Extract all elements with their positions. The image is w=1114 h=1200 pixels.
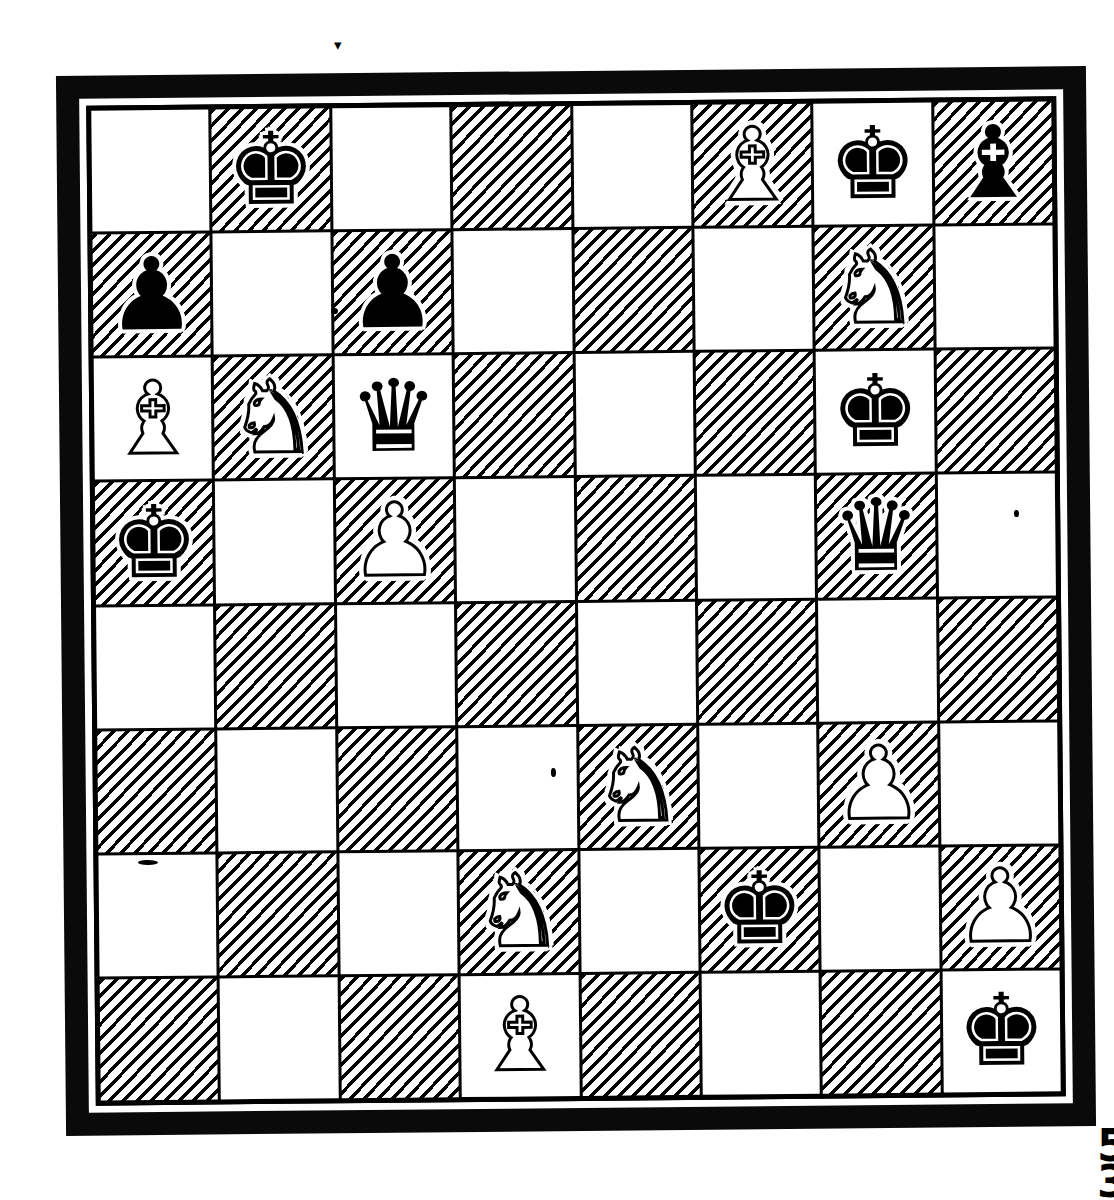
square-f2: ♚ — [700, 848, 819, 970]
square-b6: ♞ — [214, 357, 333, 479]
square-d8 — [452, 106, 571, 228]
ink-speck-0 — [331, 308, 338, 314]
board-frame-inner: ♚♝♚♝♟♟♞♝♞♛♚♚♟♛♞♟♞♚♟♝♚ — [79, 89, 1073, 1112]
square-c3 — [338, 728, 457, 850]
square-c5: ♟ — [336, 480, 455, 602]
piece-white-pawn-c5: ♟ — [350, 490, 441, 591]
square-g6: ♚ — [816, 351, 935, 473]
square-c2 — [339, 852, 458, 974]
square-d2: ♞ — [460, 851, 579, 973]
square-f4 — [698, 600, 817, 722]
square-g3: ♟ — [819, 723, 938, 845]
square-f5 — [697, 476, 816, 598]
piece-black-pawn-a7: ♟ — [106, 244, 197, 345]
piece-white-knight-g7: ♞ — [829, 237, 920, 338]
piece-white-knight-b6: ♞ — [228, 367, 319, 468]
square-f3 — [699, 724, 818, 846]
square-f6 — [696, 352, 815, 474]
square-a3 — [97, 730, 216, 852]
square-c6: ♛ — [334, 355, 453, 477]
piece-white-bishop-d1: ♝ — [475, 986, 566, 1087]
square-d4 — [457, 603, 576, 725]
square-a4 — [96, 606, 215, 728]
top-arrow-mark: ▾ — [334, 36, 342, 54]
square-b1 — [220, 977, 339, 1099]
piece-black-king-g6: ♚ — [830, 362, 921, 463]
square-d7 — [454, 230, 573, 352]
square-c7: ♟ — [333, 231, 452, 353]
piece-white-pawn-h2: ♟ — [955, 857, 1046, 958]
square-h7 — [935, 226, 1054, 348]
square-g4 — [818, 599, 937, 721]
square-g8: ♚ — [813, 103, 932, 225]
piece-black-king-h1: ♚ — [956, 981, 1047, 1082]
square-e8 — [573, 105, 692, 227]
square-e7 — [574, 229, 693, 351]
square-f1 — [701, 973, 820, 1095]
piece-black-king-b8: ♚ — [226, 119, 317, 220]
page-corner-marks: 5 3 — [1097, 1128, 1114, 1200]
ink-speck-1 — [1014, 510, 1019, 517]
square-b4 — [216, 605, 335, 727]
square-h3 — [940, 722, 1059, 844]
square-b2 — [219, 853, 338, 975]
piece-black-queen-c6: ♛ — [348, 366, 439, 467]
square-d5 — [456, 478, 575, 600]
square-g5: ♛ — [817, 475, 936, 597]
square-h2: ♟ — [941, 846, 1060, 968]
square-d6 — [455, 354, 574, 476]
board-frame: ♚♝♚♝♟♟♞♝♞♛♚♚♟♛♞♟♞♚♟♝♚ — [57, 67, 1095, 1135]
square-g1 — [822, 971, 941, 1093]
square-b7 — [213, 232, 332, 354]
square-c1 — [340, 976, 459, 1098]
chessboard: ♚♝♚♝♟♟♞♝♞♛♚♚♟♛♞♟♞♚♟♝♚ — [86, 96, 1066, 1105]
square-h1: ♚ — [942, 970, 1061, 1092]
square-d3 — [458, 727, 577, 849]
square-f7 — [694, 228, 813, 350]
square-e4 — [578, 601, 697, 723]
square-a8 — [91, 110, 210, 232]
square-f8: ♝ — [693, 104, 812, 226]
square-b8: ♚ — [212, 108, 331, 230]
piece-white-bishop-a6: ♝ — [108, 368, 199, 469]
square-a2 — [98, 854, 217, 976]
square-g2 — [821, 847, 940, 969]
square-a6: ♝ — [94, 358, 213, 480]
square-h5 — [937, 474, 1056, 596]
square-h8: ♝ — [934, 101, 1053, 223]
square-b3 — [218, 729, 337, 851]
piece-black-king-f2: ♚ — [714, 859, 805, 960]
square-e5 — [576, 477, 695, 599]
ink-speck-3 — [551, 768, 556, 777]
square-a7: ♟ — [92, 234, 211, 356]
piece-black-pawn-c7: ♟ — [347, 242, 438, 343]
square-e1 — [581, 974, 700, 1096]
square-d1: ♝ — [461, 975, 580, 1097]
piece-white-bishop-f8: ♝ — [707, 114, 798, 215]
piece-black-king-g8: ♚ — [827, 113, 918, 214]
square-b5 — [215, 481, 334, 603]
piece-white-pawn-g3: ♟ — [833, 734, 924, 835]
square-e3: ♞ — [579, 725, 698, 847]
corner-mark-bottom: 3 — [1097, 1164, 1114, 1200]
square-h6 — [936, 350, 1055, 472]
piece-black-queen-g5: ♛ — [831, 486, 922, 587]
square-a5: ♚ — [95, 482, 214, 604]
square-a1 — [100, 978, 219, 1100]
square-h4 — [939, 598, 1058, 720]
piece-white-knight-d2: ♞ — [473, 861, 564, 962]
piece-black-king-a5: ♚ — [109, 493, 200, 594]
square-e2 — [580, 850, 699, 972]
square-c8 — [332, 107, 451, 229]
ink-speck-2 — [138, 860, 158, 865]
square-e6 — [575, 353, 694, 475]
piece-white-knight-e3: ♞ — [593, 736, 684, 837]
piece-black-bishop-h8: ♝ — [948, 112, 1039, 213]
square-g7: ♞ — [815, 227, 934, 349]
square-c4 — [337, 604, 456, 726]
